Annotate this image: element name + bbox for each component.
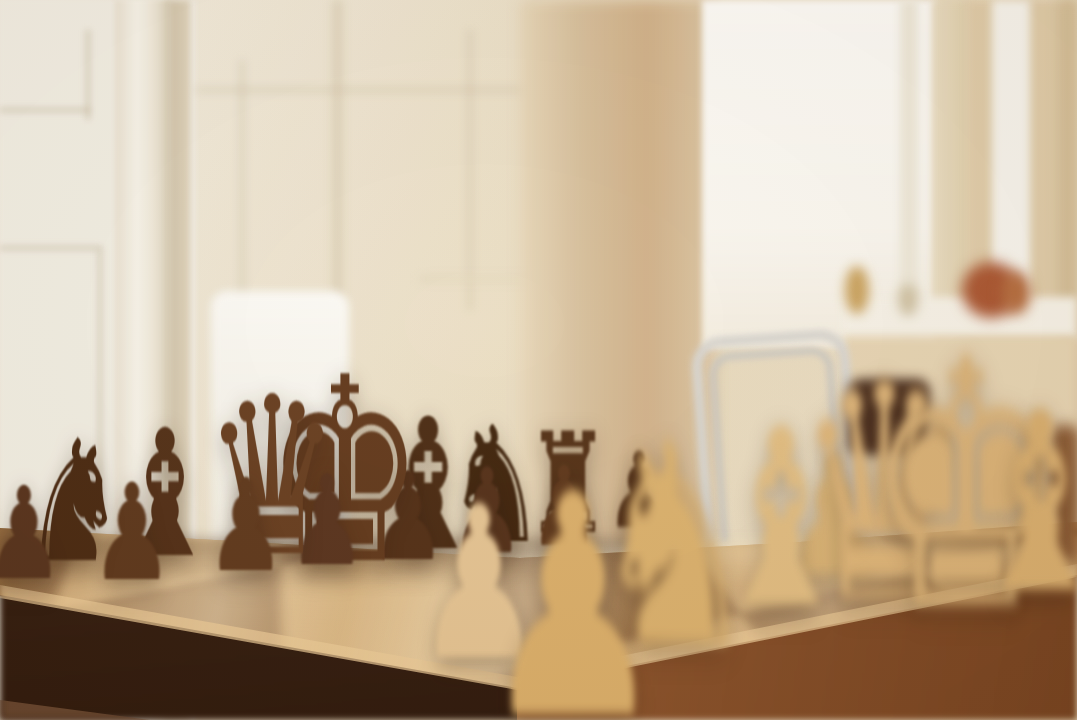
blurred-piece-edge [1050, 425, 1077, 563]
black-pawn-h: ♟ [607, 438, 672, 542]
dark-pieces-reflection [0, 538, 660, 590]
chess-photo-scene: ♟♞♟♝♟♛♟♚♟♝♟♞♟♜♟♟♟♞♝♟♛♚♝ [0, 0, 1077, 720]
light-pieces-reflection [700, 543, 1077, 587]
black-rook: ♜ [525, 415, 611, 554]
